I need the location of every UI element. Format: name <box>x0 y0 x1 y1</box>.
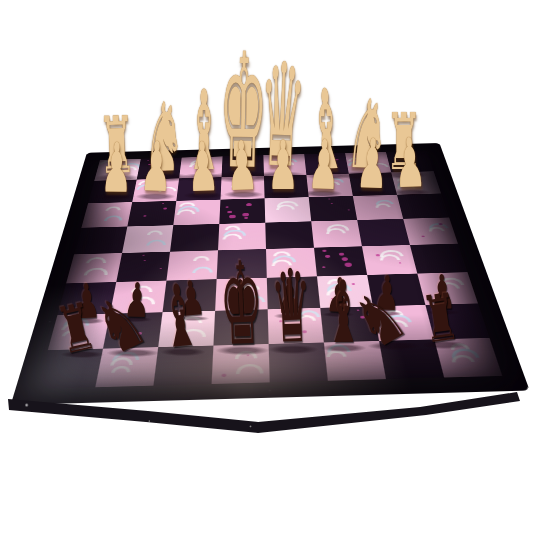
rainbow-arch-motif <box>146 240 166 246</box>
square-b4[interactable] <box>357 219 410 247</box>
black-king-e8[interactable]: ♚ <box>217 245 264 360</box>
black-bishop-c8[interactable]: ♝ <box>324 269 362 355</box>
paint-splatter <box>144 215 147 217</box>
paint-splatter <box>226 206 229 208</box>
white-pawn-d2[interactable]: ♟ <box>267 132 299 200</box>
paint-splatter <box>244 217 248 219</box>
rainbow-arch-motif <box>276 204 295 209</box>
paint-splatter <box>142 255 144 256</box>
rainbow-arch-motif <box>104 215 124 221</box>
rainbow-arch-motif <box>193 256 210 261</box>
square-a4[interactable] <box>403 217 458 244</box>
white-pawn-b2[interactable]: ♟ <box>355 130 389 199</box>
white-pawn-f2[interactable]: ♟ <box>186 132 220 201</box>
paint-splatter <box>242 213 249 217</box>
square-d4[interactable] <box>265 221 314 249</box>
paint-splatter <box>229 215 236 219</box>
rainbow-arch-motif <box>147 230 163 235</box>
rainbow-arch-motif <box>86 257 107 263</box>
square-g4[interactable] <box>122 225 173 253</box>
white-pawn-g2[interactable]: ♟ <box>139 133 173 202</box>
black-queen-d8[interactable]: ♛ <box>269 256 313 358</box>
paint-splatter <box>421 236 424 238</box>
paint-splatter <box>325 255 330 258</box>
paint-splatter <box>163 207 167 209</box>
rainbow-arch-motif <box>177 209 196 214</box>
paint-splatter <box>438 223 443 225</box>
paint-splatter <box>227 210 232 213</box>
rainbow-arch-motif <box>374 203 390 208</box>
paint-splatter <box>339 252 344 255</box>
white-pawn-h2[interactable]: ♟ <box>100 134 133 203</box>
white-pawn-a2[interactable]: ♟ <box>393 129 427 198</box>
square-c4[interactable] <box>311 220 362 248</box>
square-f4[interactable] <box>170 224 219 252</box>
white-pawn-e2[interactable]: ♟ <box>226 132 260 201</box>
paint-splatter <box>341 257 348 261</box>
white-pawn-c2[interactable]: ♟ <box>307 130 341 199</box>
paint-splatter <box>322 250 326 252</box>
paint-splatter <box>143 260 145 261</box>
rainbow-arch-motif <box>326 228 346 234</box>
paint-splatter <box>399 262 401 263</box>
paint-splatter <box>222 374 227 377</box>
square-h4[interactable] <box>74 226 127 254</box>
paint-splatter <box>348 209 350 210</box>
photo-stage: ♜♞♝♛♚♝♞♜♟♟♟♟♟♟♟♟♟♟♟♟♟♟♟♟♜♞♝♛♚♝♞♜ <box>0 0 533 533</box>
